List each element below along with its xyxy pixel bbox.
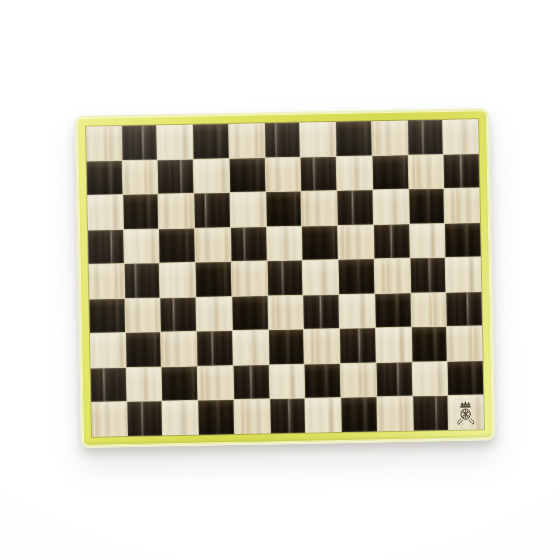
checker-square-r6c9 (375, 293, 410, 327)
checker-square-r8c7 (305, 364, 340, 398)
checker-square-r3c3 (159, 194, 194, 228)
checker-square-r4c4 (195, 228, 230, 262)
checker-square-r3c11 (445, 188, 480, 222)
checker-square-r3c5 (230, 192, 265, 226)
checker-square-r8c3 (162, 367, 197, 401)
checker-square-r3c7 (302, 191, 337, 225)
checker-square-r6c7 (304, 295, 339, 329)
checker-square-r6c3 (161, 297, 196, 331)
checker-square-r5c4 (196, 262, 231, 296)
checker-square-r7c6 (269, 330, 304, 364)
checker-square-r4c7 (302, 226, 337, 260)
checker-square-r7c10 (412, 327, 447, 361)
checker-square-r5c10 (410, 258, 445, 292)
checker-square-r9c7 (306, 398, 341, 432)
checker-square-r1c5 (229, 123, 264, 157)
checker-square-r7c2 (126, 333, 161, 367)
checker-square-r9c8 (341, 398, 376, 432)
checker-square-r4c6 (267, 226, 302, 260)
checker-square-r5c9 (374, 259, 409, 293)
checker-square-r6c2 (125, 298, 160, 332)
checker-square-r2c5 (230, 158, 265, 192)
checker-square-r5c8 (339, 260, 374, 294)
checker-square-r6c6 (268, 295, 303, 329)
checker-square-r3c8 (337, 190, 372, 224)
checker-square-r1c10 (408, 120, 443, 154)
checker-square-r2c1 (87, 161, 122, 195)
checker-square-r8c11 (448, 361, 483, 395)
checker-square-r9c4 (199, 400, 234, 434)
checker-square-r8c10 (412, 362, 447, 396)
checker-square-r5c2 (124, 264, 159, 298)
checker-square-r9c6 (270, 399, 305, 433)
checker-square-r7c9 (376, 328, 411, 362)
checker-square-r7c7 (304, 329, 339, 363)
checker-square-r8c4 (198, 366, 233, 400)
checker-square-r7c5 (233, 331, 268, 365)
checker-square-r4c10 (410, 224, 445, 258)
checker-square-r1c7 (300, 122, 335, 156)
checker-square-r1c9 (372, 121, 407, 155)
checker-square-r1c11 (443, 119, 478, 153)
checker-square-r3c4 (195, 193, 230, 227)
checker-square-r7c11 (447, 327, 482, 361)
checker-square-r8c9 (376, 362, 411, 396)
checker-square-r8c2 (126, 367, 161, 401)
checker-square-r5c6 (267, 261, 302, 295)
product-photo-background (0, 0, 560, 560)
checker-square-r9c1 (91, 403, 126, 437)
checker-square-r9c9 (377, 397, 412, 431)
checker-square-r4c2 (124, 229, 159, 263)
checker-square-r8c1 (91, 368, 126, 402)
checker-square-r1c6 (265, 123, 300, 157)
checker-grid (86, 119, 484, 436)
checker-square-r2c6 (265, 157, 300, 191)
checker-square-r5c1 (89, 264, 124, 298)
checker-square-r1c4 (193, 124, 228, 158)
checker-square-r3c1 (87, 195, 122, 229)
checker-square-r5c7 (303, 260, 338, 294)
checker-square-r5c11 (446, 257, 481, 291)
checker-square-r8c6 (269, 365, 304, 399)
checker-square-r8c5 (234, 365, 269, 399)
checker-square-r1c1 (86, 126, 121, 160)
checker-square-r6c5 (232, 296, 267, 330)
checker-square-r4c1 (88, 230, 123, 264)
checker-square-r7c8 (340, 329, 375, 363)
checker-square-r1c3 (158, 125, 193, 159)
checker-square-r9c10 (413, 396, 448, 430)
checker-square-r7c1 (90, 333, 125, 367)
checker-square-r4c11 (445, 223, 480, 257)
checker-square-r1c8 (336, 121, 371, 155)
checker-square-r2c2 (122, 160, 157, 194)
checker-square-r3c2 (123, 195, 158, 229)
checker-square-r7c3 (161, 332, 196, 366)
checker-square-r2c10 (408, 154, 443, 188)
checker-square-r2c3 (158, 159, 193, 193)
checker-square-r9c2 (127, 402, 162, 436)
checker-square-r8c8 (341, 363, 376, 397)
checker-square-r2c11 (444, 154, 479, 188)
checker-square-r9c3 (163, 401, 198, 435)
checker-square-r2c7 (301, 157, 336, 191)
checker-square-r3c10 (409, 189, 444, 223)
checker-square-r5c5 (232, 262, 267, 296)
checker-square-r6c8 (339, 294, 374, 328)
checker-square-r6c10 (411, 293, 446, 327)
checker-square-r6c11 (447, 292, 482, 326)
checkered-board (75, 108, 495, 448)
checker-square-r4c3 (159, 228, 194, 262)
checker-square-r2c9 (372, 155, 407, 189)
checker-square-r4c5 (231, 227, 266, 261)
checker-square-r2c4 (194, 159, 229, 193)
checker-square-r6c4 (197, 297, 232, 331)
checker-square-r4c9 (374, 224, 409, 258)
checker-square-r3c9 (373, 190, 408, 224)
checker-square-r5c3 (160, 263, 195, 297)
checker-square-r1c2 (122, 125, 157, 159)
checker-square-r4c8 (338, 225, 373, 259)
checker-square-r7c4 (197, 331, 232, 365)
checker-square-r9c11 (449, 396, 484, 430)
checker-square-r6c1 (89, 299, 124, 333)
checker-square-r9c5 (234, 400, 269, 434)
checker-square-r3c6 (266, 192, 301, 226)
checker-square-r2c8 (337, 156, 372, 190)
